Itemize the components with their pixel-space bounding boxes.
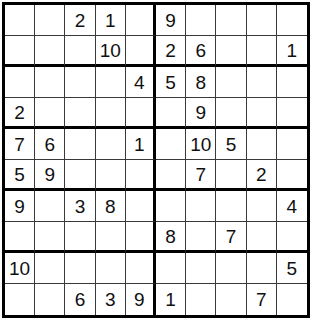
cell-r1c7-empty[interactable] bbox=[186, 5, 216, 36]
cell-r4c4-empty[interactable] bbox=[96, 98, 126, 129]
cell-r5c10-empty[interactable] bbox=[277, 129, 307, 160]
cell-r7c3-given[interactable]: 3 bbox=[65, 191, 95, 222]
cell-r2c2-empty[interactable] bbox=[35, 36, 65, 67]
cell-r3c2-empty[interactable] bbox=[35, 67, 65, 98]
cell-r7c5-empty[interactable] bbox=[126, 191, 156, 222]
cell-r9c8-empty[interactable] bbox=[216, 253, 246, 284]
cell-r1c2-empty[interactable] bbox=[35, 5, 65, 36]
cell-r4c2-empty[interactable] bbox=[35, 98, 65, 129]
cell-r3c1-empty[interactable] bbox=[5, 67, 35, 98]
cell-r9c2-empty[interactable] bbox=[35, 253, 65, 284]
cell-r5c8-given[interactable]: 5 bbox=[216, 129, 246, 160]
cell-r4c3-empty[interactable] bbox=[65, 98, 95, 129]
cell-r2c3-empty[interactable] bbox=[65, 36, 95, 67]
cell-r7c7-empty[interactable] bbox=[186, 191, 216, 222]
cell-r6c5-empty[interactable] bbox=[126, 160, 156, 191]
cell-r3c4-empty[interactable] bbox=[96, 67, 126, 98]
cell-r9c6-empty[interactable] bbox=[156, 253, 186, 284]
cell-r10c5-given[interactable]: 9 bbox=[126, 284, 156, 315]
cell-r1c1-empty[interactable] bbox=[5, 5, 35, 36]
cell-r6c9-given[interactable]: 2 bbox=[247, 160, 277, 191]
cell-r9c10-given[interactable]: 5 bbox=[277, 253, 307, 284]
cell-r1c3-given[interactable]: 2 bbox=[65, 5, 95, 36]
cell-r8c1-empty[interactable] bbox=[5, 222, 35, 253]
cell-r3c6-given[interactable]: 5 bbox=[156, 67, 186, 98]
cell-r5c4-empty[interactable] bbox=[96, 129, 126, 160]
cell-r6c4-empty[interactable] bbox=[96, 160, 126, 191]
cell-r2c9-empty[interactable] bbox=[247, 36, 277, 67]
cell-r7c4-given[interactable]: 8 bbox=[96, 191, 126, 222]
cell-r7c10-given[interactable]: 4 bbox=[277, 191, 307, 222]
cell-r2c5-empty[interactable] bbox=[126, 36, 156, 67]
cell-r10c1-empty[interactable] bbox=[5, 284, 35, 315]
cell-r4c6-empty[interactable] bbox=[156, 98, 186, 129]
cell-r9c5-empty[interactable] bbox=[126, 253, 156, 284]
cell-r5c3-empty[interactable] bbox=[65, 129, 95, 160]
cell-r3c10-empty[interactable] bbox=[277, 67, 307, 98]
cell-r3c5-given[interactable]: 4 bbox=[126, 67, 156, 98]
cell-r6c3-empty[interactable] bbox=[65, 160, 95, 191]
cell-r3c3-empty[interactable] bbox=[65, 67, 95, 98]
cell-r10c9-given[interactable]: 7 bbox=[247, 284, 277, 315]
cell-r2c7-given[interactable]: 6 bbox=[186, 36, 216, 67]
cell-r8c7-empty[interactable] bbox=[186, 222, 216, 253]
cell-r4c10-empty[interactable] bbox=[277, 98, 307, 129]
cell-r5c9-empty[interactable] bbox=[247, 129, 277, 160]
cell-r1c4-given[interactable]: 1 bbox=[96, 5, 126, 36]
cell-r6c7-given[interactable]: 7 bbox=[186, 160, 216, 191]
cell-r5c7-given[interactable]: 10 bbox=[186, 129, 216, 160]
cell-r5c2-given[interactable]: 6 bbox=[35, 129, 65, 160]
cell-r7c6-empty[interactable] bbox=[156, 191, 186, 222]
cell-r10c10-empty[interactable] bbox=[277, 284, 307, 315]
cell-r8c5-empty[interactable] bbox=[126, 222, 156, 253]
cell-r8c4-empty[interactable] bbox=[96, 222, 126, 253]
cell-r8c10-empty[interactable] bbox=[277, 222, 307, 253]
cell-r7c2-empty[interactable] bbox=[35, 191, 65, 222]
cell-r4c8-empty[interactable] bbox=[216, 98, 246, 129]
cell-r8c8-given[interactable]: 7 bbox=[216, 222, 246, 253]
cell-r1c10-empty[interactable] bbox=[277, 5, 307, 36]
cell-r6c8-empty[interactable] bbox=[216, 160, 246, 191]
cell-r1c6-given[interactable]: 9 bbox=[156, 5, 186, 36]
cell-r10c7-empty[interactable] bbox=[186, 284, 216, 315]
cell-r4c9-empty[interactable] bbox=[247, 98, 277, 129]
cell-r7c1-given[interactable]: 9 bbox=[5, 191, 35, 222]
cell-r10c3-given[interactable]: 6 bbox=[65, 284, 95, 315]
cell-r8c2-empty[interactable] bbox=[35, 222, 65, 253]
cell-r5c5-given[interactable]: 1 bbox=[126, 129, 156, 160]
cell-r4c1-given[interactable]: 2 bbox=[5, 98, 35, 129]
cell-r9c4-empty[interactable] bbox=[96, 253, 126, 284]
cell-r1c9-empty[interactable] bbox=[247, 5, 277, 36]
cell-r8c9-empty[interactable] bbox=[247, 222, 277, 253]
cell-r8c6-given[interactable]: 8 bbox=[156, 222, 186, 253]
cell-r9c7-empty[interactable] bbox=[186, 253, 216, 284]
cell-r1c8-empty[interactable] bbox=[216, 5, 246, 36]
cell-r6c2-given[interactable]: 9 bbox=[35, 160, 65, 191]
cell-r3c8-empty[interactable] bbox=[216, 67, 246, 98]
cell-r7c9-empty[interactable] bbox=[247, 191, 277, 222]
cell-r5c1-given[interactable]: 7 bbox=[5, 129, 35, 160]
cell-r2c4-given[interactable]: 10 bbox=[96, 36, 126, 67]
cell-r2c10-given[interactable]: 1 bbox=[277, 36, 307, 67]
cell-r3c9-empty[interactable] bbox=[247, 67, 277, 98]
cell-r9c1-given[interactable]: 10 bbox=[5, 253, 35, 284]
cell-r10c2-empty[interactable] bbox=[35, 284, 65, 315]
cell-r1c5-empty[interactable] bbox=[126, 5, 156, 36]
cell-r2c6-given[interactable]: 2 bbox=[156, 36, 186, 67]
cell-r8c3-empty[interactable] bbox=[65, 222, 95, 253]
cell-r6c1-given[interactable]: 5 bbox=[5, 160, 35, 191]
cell-r7c8-empty[interactable] bbox=[216, 191, 246, 222]
cell-r3c7-given[interactable]: 8 bbox=[186, 67, 216, 98]
cell-r10c8-empty[interactable] bbox=[216, 284, 246, 315]
cell-r4c5-empty[interactable] bbox=[126, 98, 156, 129]
cell-r6c6-empty[interactable] bbox=[156, 160, 186, 191]
cell-r2c8-empty[interactable] bbox=[216, 36, 246, 67]
cell-r9c3-empty[interactable] bbox=[65, 253, 95, 284]
cell-r2c1-empty[interactable] bbox=[5, 36, 35, 67]
cell-r9c9-empty[interactable] bbox=[247, 253, 277, 284]
cell-r5c6-empty[interactable] bbox=[156, 129, 186, 160]
cell-r10c6-given[interactable]: 1 bbox=[156, 284, 186, 315]
sudoku-board: 2191026145829761105597293848710563917 bbox=[2, 2, 310, 318]
cell-r4c7-given[interactable]: 9 bbox=[186, 98, 216, 129]
cell-r6c10-empty[interactable] bbox=[277, 160, 307, 191]
cell-r10c4-given[interactable]: 3 bbox=[96, 284, 126, 315]
